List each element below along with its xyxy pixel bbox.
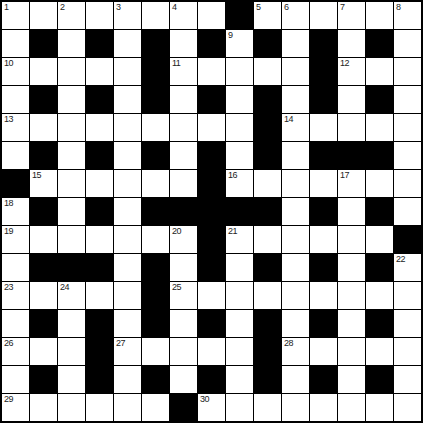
grid-cell-r8c11[interactable] <box>282 198 309 225</box>
black-cell-r8c6 <box>142 198 169 225</box>
black-cell-r8c8 <box>198 198 225 225</box>
black-cell-r14c4 <box>86 366 113 393</box>
black-cell-r5c10 <box>254 114 281 141</box>
clue-number: 4 <box>172 3 177 12</box>
grid-cell-r15c10[interactable] <box>254 394 281 421</box>
grid-cell-r4c5[interactable] <box>114 86 141 113</box>
black-cell-r8c7 <box>170 198 197 225</box>
clue-number: 13 <box>4 115 13 124</box>
grid-cell-r10c13[interactable] <box>338 254 365 281</box>
grid-cell-r11c15[interactable] <box>394 282 421 309</box>
grid-cell-r3c10[interactable] <box>254 58 281 85</box>
grid-cell-r15c5[interactable] <box>114 394 141 421</box>
grid-cell-r1c14[interactable] <box>366 2 393 29</box>
grid-cell-r3c9[interactable] <box>226 58 253 85</box>
grid-cell-r9c9[interactable]: 21 <box>226 226 253 253</box>
grid-cell-r15c9[interactable] <box>226 394 253 421</box>
black-cell-r13c4 <box>86 338 113 365</box>
grid-cell-r5c13[interactable] <box>338 114 365 141</box>
black-cell-r6c6 <box>142 142 169 169</box>
grid-cell-r11c9[interactable] <box>226 282 253 309</box>
black-cell-r15c7 <box>170 394 197 421</box>
grid-cell-r9c4[interactable] <box>86 226 113 253</box>
grid-cell-r14c1[interactable] <box>2 366 29 393</box>
grid-cell-r5c4[interactable] <box>86 114 113 141</box>
black-cell-r14c8 <box>198 366 225 393</box>
grid-cell-r2c3[interactable] <box>58 30 85 57</box>
black-cell-r12c10 <box>254 310 281 337</box>
grid-cell-r11c14[interactable] <box>366 282 393 309</box>
black-cell-r3c6 <box>142 58 169 85</box>
black-cell-r14c2 <box>30 366 57 393</box>
black-cell-r14c12 <box>310 366 337 393</box>
grid-cell-r7c11[interactable] <box>282 170 309 197</box>
grid-cell-r1c15[interactable]: 8 <box>394 2 421 29</box>
grid-cell-r12c11[interactable] <box>282 310 309 337</box>
grid-cell-r10c7[interactable] <box>170 254 197 281</box>
grid-cell-r9c6[interactable] <box>142 226 169 253</box>
grid-cell-r4c7[interactable] <box>170 86 197 113</box>
grid-cell-r3c1[interactable]: 10 <box>2 58 29 85</box>
grid-cell-r1c8[interactable] <box>198 2 225 29</box>
black-cell-r6c2 <box>30 142 57 169</box>
black-cell-r2c8 <box>198 30 225 57</box>
black-cell-r12c6 <box>142 310 169 337</box>
clue-number: 8 <box>396 3 401 12</box>
grid-cell-r14c3[interactable] <box>58 366 85 393</box>
grid-cell-r15c12[interactable] <box>310 394 337 421</box>
black-cell-r4c12 <box>310 86 337 113</box>
grid-cell-r13c13[interactable] <box>338 338 365 365</box>
clue-number: 20 <box>172 227 181 236</box>
grid-cell-r1c1[interactable]: 1 <box>2 2 29 29</box>
grid-cell-r2c15[interactable] <box>394 30 421 57</box>
black-cell-r10c2 <box>30 254 57 281</box>
black-cell-r2c14 <box>366 30 393 57</box>
black-cell-r10c6 <box>142 254 169 281</box>
grid-cell-r3c14[interactable] <box>366 58 393 85</box>
clue-number: 11 <box>172 59 180 68</box>
grid-cell-r15c11[interactable] <box>282 394 309 421</box>
grid-cell-r13c15[interactable] <box>394 338 421 365</box>
black-cell-r12c12 <box>310 310 337 337</box>
black-cell-r4c14 <box>366 86 393 113</box>
grid-cell-r10c11[interactable] <box>282 254 309 281</box>
grid-cell-r15c6[interactable] <box>142 394 169 421</box>
grid-cell-r3c5[interactable] <box>114 58 141 85</box>
grid-cell-r12c3[interactable] <box>58 310 85 337</box>
grid-cell-r6c3[interactable] <box>58 142 85 169</box>
black-cell-r10c3 <box>58 254 85 281</box>
grid-cell-r1c11[interactable]: 6 <box>282 2 309 29</box>
black-cell-r11c6 <box>142 282 169 309</box>
grid-cell-r13c5[interactable]: 27 <box>114 338 141 365</box>
grid-cell-r6c5[interactable] <box>114 142 141 169</box>
black-cell-r4c10 <box>254 86 281 113</box>
grid-cell-r4c1[interactable] <box>2 86 29 113</box>
grid-cell-r6c1[interactable] <box>2 142 29 169</box>
clue-number: 30 <box>200 395 209 404</box>
clue-number: 27 <box>116 339 125 348</box>
grid-cell-r11c8[interactable] <box>198 282 225 309</box>
grid-cell-r3c4[interactable] <box>86 58 113 85</box>
clue-number: 3 <box>116 3 121 12</box>
grid-cell-r15c3[interactable] <box>58 394 85 421</box>
grid-cell-r9c13[interactable] <box>338 226 365 253</box>
grid-cell-r14c15[interactable] <box>394 366 421 393</box>
black-cell-r8c10 <box>254 198 281 225</box>
grid-cell-r3c7[interactable]: 11 <box>170 58 197 85</box>
black-cell-r8c4 <box>86 198 113 225</box>
black-cell-r2c6 <box>142 30 169 57</box>
grid-cell-r11c11[interactable] <box>282 282 309 309</box>
black-cell-r10c10 <box>254 254 281 281</box>
grid-cell-r1c5[interactable]: 3 <box>114 2 141 29</box>
grid-cell-r7c10[interactable] <box>254 170 281 197</box>
grid-cell-r4c9[interactable] <box>226 86 253 113</box>
grid-cell-r7c5[interactable] <box>114 170 141 197</box>
black-cell-r12c4 <box>86 310 113 337</box>
grid-cell-r5c8[interactable] <box>198 114 225 141</box>
clue-number: 29 <box>4 395 13 404</box>
black-cell-r10c14 <box>366 254 393 281</box>
grid-cell-r5c6[interactable] <box>142 114 169 141</box>
grid-cell-r12c13[interactable] <box>338 310 365 337</box>
clue-number: 25 <box>172 283 181 292</box>
black-cell-r9c8 <box>198 226 225 253</box>
grid-cell-r3c8[interactable] <box>198 58 225 85</box>
grid-cell-r11c1[interactable]: 23 <box>2 282 29 309</box>
clue-number: 14 <box>284 115 293 124</box>
grid-cell-r13c7[interactable] <box>170 338 197 365</box>
clue-number: 26 <box>4 339 13 348</box>
grid-cell-r15c2[interactable] <box>30 394 57 421</box>
grid-cell-r8c13[interactable] <box>338 198 365 225</box>
grid-cell-r9c5[interactable] <box>114 226 141 253</box>
grid-cell-r13c8[interactable] <box>198 338 225 365</box>
grid-cell-r1c7[interactable]: 4 <box>170 2 197 29</box>
grid-cell-r5c15[interactable] <box>394 114 421 141</box>
grid-cell-r7c12[interactable] <box>310 170 337 197</box>
grid-cell-r13c9[interactable] <box>226 338 253 365</box>
black-cell-r7c8 <box>198 170 225 197</box>
grid-cell-r8c15[interactable] <box>394 198 421 225</box>
clue-number: 10 <box>4 59 13 68</box>
grid-cell-r2c5[interactable] <box>114 30 141 57</box>
grid-cell-r13c11[interactable]: 28 <box>282 338 309 365</box>
clue-number: 6 <box>284 3 289 12</box>
black-cell-r4c6 <box>142 86 169 113</box>
clue-number: 1 <box>4 3 9 12</box>
grid-cell-r11c3[interactable]: 24 <box>58 282 85 309</box>
grid-cell-r5c3[interactable] <box>58 114 85 141</box>
grid-cell-r1c12[interactable] <box>310 2 337 29</box>
grid-cell-r15c14[interactable] <box>366 394 393 421</box>
black-cell-r14c14 <box>366 366 393 393</box>
black-cell-r6c12 <box>310 142 337 169</box>
grid-cell-r11c10[interactable] <box>254 282 281 309</box>
black-cell-r8c2 <box>30 198 57 225</box>
clue-number: 12 <box>340 59 349 68</box>
black-cell-r2c2 <box>30 30 57 57</box>
grid-cell-r5c1[interactable]: 13 <box>2 114 29 141</box>
grid-cell-r1c10[interactable]: 5 <box>254 2 281 29</box>
clue-number: 15 <box>32 171 41 180</box>
grid-cell-r14c9[interactable] <box>226 366 253 393</box>
grid-cell-r8c5[interactable] <box>114 198 141 225</box>
grid-cell-r11c7[interactable]: 25 <box>170 282 197 309</box>
grid-cell-r7c6[interactable] <box>142 170 169 197</box>
black-cell-r3c12 <box>310 58 337 85</box>
grid-cell-r7c3[interactable] <box>58 170 85 197</box>
grid-cell-r5c5[interactable] <box>114 114 141 141</box>
grid-cell-r9c7[interactable]: 20 <box>170 226 197 253</box>
grid-cell-r4c13[interactable] <box>338 86 365 113</box>
grid-cell-r9c2[interactable] <box>30 226 57 253</box>
grid-cell-r12c15[interactable] <box>394 310 421 337</box>
black-cell-r13c10 <box>254 338 281 365</box>
grid-cell-r11c4[interactable] <box>86 282 113 309</box>
grid-cell-r9c1[interactable]: 19 <box>2 226 29 253</box>
grid-cell-r2c1[interactable] <box>2 30 29 57</box>
grid-cell-r7c7[interactable] <box>170 170 197 197</box>
grid-cell-r1c3[interactable]: 2 <box>58 2 85 29</box>
clue-number: 17 <box>340 171 349 180</box>
grid-cell-r10c9[interactable] <box>226 254 253 281</box>
grid-cell-r13c1[interactable]: 26 <box>2 338 29 365</box>
black-cell-r14c10 <box>254 366 281 393</box>
grid-cell-r2c9[interactable]: 9 <box>226 30 253 57</box>
grid-cell-r5c9[interactable] <box>226 114 253 141</box>
grid-cell-r4c11[interactable] <box>282 86 309 113</box>
grid-cell-r3c11[interactable] <box>282 58 309 85</box>
grid-cell-r2c7[interactable] <box>170 30 197 57</box>
grid-cell-r14c5[interactable] <box>114 366 141 393</box>
black-cell-r1c9 <box>226 2 253 29</box>
grid-cell-r12c7[interactable] <box>170 310 197 337</box>
black-cell-r6c4 <box>86 142 113 169</box>
black-cell-r12c2 <box>30 310 57 337</box>
grid-cell-r15c1[interactable]: 29 <box>2 394 29 421</box>
grid-cell-r14c7[interactable] <box>170 366 197 393</box>
grid-cell-r11c12[interactable] <box>310 282 337 309</box>
grid-cell-r8c3[interactable] <box>58 198 85 225</box>
grid-cell-r11c13[interactable] <box>338 282 365 309</box>
grid-cell-r14c11[interactable] <box>282 366 309 393</box>
grid-cell-r1c4[interactable] <box>86 2 113 29</box>
black-cell-r2c10 <box>254 30 281 57</box>
black-cell-r8c14 <box>366 198 393 225</box>
grid-cell-r13c12[interactable] <box>310 338 337 365</box>
grid-cell-r12c5[interactable] <box>114 310 141 337</box>
clue-number: 24 <box>60 283 69 292</box>
grid-cell-r9c10[interactable] <box>254 226 281 253</box>
black-cell-r8c9 <box>226 198 253 225</box>
black-cell-r2c12 <box>310 30 337 57</box>
black-cell-r10c4 <box>86 254 113 281</box>
grid-cell-r7c13[interactable]: 17 <box>338 170 365 197</box>
grid-cell-r1c13[interactable]: 7 <box>338 2 365 29</box>
grid-cell-r15c4[interactable] <box>86 394 113 421</box>
black-cell-r14c6 <box>142 366 169 393</box>
grid-cell-r10c5[interactable] <box>114 254 141 281</box>
black-cell-r6c14 <box>366 142 393 169</box>
grid-cell-r4c15[interactable] <box>394 86 421 113</box>
grid-cell-r9c14[interactable] <box>366 226 393 253</box>
clue-number: 7 <box>340 3 345 12</box>
grid-cell-r13c2[interactable] <box>30 338 57 365</box>
black-cell-r2c4 <box>86 30 113 57</box>
black-cell-r10c12 <box>310 254 337 281</box>
black-cell-r4c2 <box>30 86 57 113</box>
grid-cell-r10c15[interactable]: 22 <box>394 254 421 281</box>
grid-cell-r7c15[interactable] <box>394 170 421 197</box>
grid-cell-r5c14[interactable] <box>366 114 393 141</box>
grid-cell-r14c13[interactable] <box>338 366 365 393</box>
grid-cell-r15c15[interactable] <box>394 394 421 421</box>
black-cell-r6c13 <box>338 142 365 169</box>
clue-number: 16 <box>228 171 237 180</box>
grid-cell-r8c1[interactable]: 18 <box>2 198 29 225</box>
grid-cell-r5c7[interactable] <box>170 114 197 141</box>
grid-cell-r3c15[interactable] <box>394 58 421 85</box>
grid-cell-r3c3[interactable] <box>58 58 85 85</box>
black-cell-r4c4 <box>86 86 113 113</box>
clue-number: 2 <box>60 3 65 12</box>
grid-cell-r13c3[interactable] <box>58 338 85 365</box>
grid-cell-r6c11[interactable] <box>282 142 309 169</box>
clue-number: 28 <box>284 339 293 348</box>
black-cell-r12c8 <box>198 310 225 337</box>
grid-cell-r1c6[interactable] <box>142 2 169 29</box>
clue-number: 19 <box>4 227 13 236</box>
grid-cell-r11c5[interactable] <box>114 282 141 309</box>
grid-cell-r13c14[interactable] <box>366 338 393 365</box>
black-cell-r6c10 <box>254 142 281 169</box>
grid-cell-r2c13[interactable] <box>338 30 365 57</box>
black-cell-r4c8 <box>198 86 225 113</box>
grid-cell-r6c7[interactable] <box>170 142 197 169</box>
grid-cell-r12c1[interactable] <box>2 310 29 337</box>
grid-cell-r1c2[interactable] <box>30 2 57 29</box>
clue-number: 21 <box>228 227 237 236</box>
black-cell-r8c12 <box>310 198 337 225</box>
grid-cell-r5c2[interactable] <box>30 114 57 141</box>
grid-cell-r9c12[interactable] <box>310 226 337 253</box>
grid-cell-r7c2[interactable]: 15 <box>30 170 57 197</box>
clue-number: 22 <box>396 255 405 264</box>
black-cell-r12c14 <box>366 310 393 337</box>
grid-cell-r11c2[interactable] <box>30 282 57 309</box>
clue-number: 9 <box>228 31 233 40</box>
grid-cell-r2c11[interactable] <box>282 30 309 57</box>
grid-cell-r6c15[interactable] <box>394 142 421 169</box>
grid-cell-r10c1[interactable] <box>2 254 29 281</box>
grid-cell-r7c4[interactable] <box>86 170 113 197</box>
grid-cell-r13c6[interactable] <box>142 338 169 365</box>
grid-cell-r15c13[interactable] <box>338 394 365 421</box>
grid-cell-r7c9[interactable]: 16 <box>226 170 253 197</box>
grid-cell-r6c9[interactable] <box>226 142 253 169</box>
black-cell-r7c1 <box>2 170 29 197</box>
black-cell-r9c15 <box>394 226 421 253</box>
clue-number: 5 <box>256 3 261 12</box>
clue-number: 18 <box>4 199 13 208</box>
grid-cell-r12c9[interactable] <box>226 310 253 337</box>
grid-cell-r15c8[interactable]: 30 <box>198 394 225 421</box>
grid-cell-r3c13[interactable]: 12 <box>338 58 365 85</box>
crossword-grid: 1234567891011121314151617181920212223242… <box>0 0 423 423</box>
grid-cell-r7c14[interactable] <box>366 170 393 197</box>
black-cell-r6c8 <box>198 142 225 169</box>
grid-cell-r3c2[interactable] <box>30 58 57 85</box>
grid-cell-r9c3[interactable] <box>58 226 85 253</box>
grid-cell-r4c3[interactable] <box>58 86 85 113</box>
grid-cell-r5c11[interactable]: 14 <box>282 114 309 141</box>
clue-number: 23 <box>4 283 13 292</box>
grid-cell-r9c11[interactable] <box>282 226 309 253</box>
black-cell-r10c8 <box>198 254 225 281</box>
grid-cell-r5c12[interactable] <box>310 114 337 141</box>
